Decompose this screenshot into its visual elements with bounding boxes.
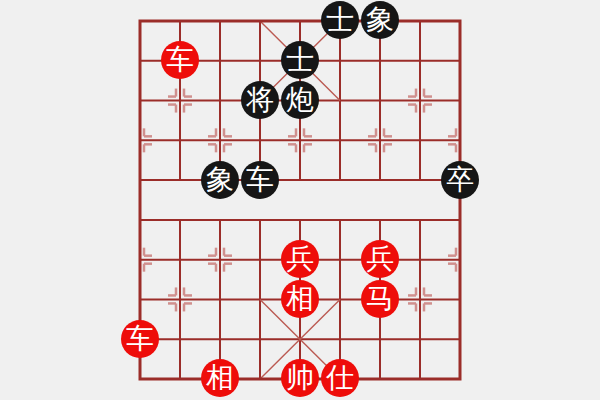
piece-black-chariot[interactable]: 车: [241, 161, 279, 199]
xiangqi-board-grid[interactable]: 士象车士将炮象车卒兵兵相马车相帅仕: [120, 1, 480, 399]
piece-black-general[interactable]: 将: [241, 81, 279, 119]
piece-black-cannon[interactable]: 炮: [281, 81, 319, 119]
piece-red-horse[interactable]: 马: [361, 280, 399, 318]
piece-black-soldier[interactable]: 卒: [441, 161, 479, 199]
piece-black-advisor[interactable]: 士: [281, 41, 319, 79]
piece-red-elephant[interactable]: 相: [201, 359, 239, 397]
piece-black-elephant[interactable]: 象: [201, 161, 239, 199]
piece-red-soldier[interactable]: 兵: [281, 240, 319, 278]
piece-red-general[interactable]: 帅: [281, 359, 319, 397]
piece-red-elephant[interactable]: 相: [281, 280, 319, 318]
piece-red-chariot[interactable]: 车: [121, 320, 159, 358]
piece-red-soldier[interactable]: 兵: [361, 240, 399, 278]
piece-red-chariot[interactable]: 车: [161, 41, 199, 79]
piece-black-elephant[interactable]: 象: [361, 1, 399, 39]
piece-red-advisor[interactable]: 仕: [321, 359, 359, 397]
piece-black-advisor[interactable]: 士: [321, 1, 359, 39]
